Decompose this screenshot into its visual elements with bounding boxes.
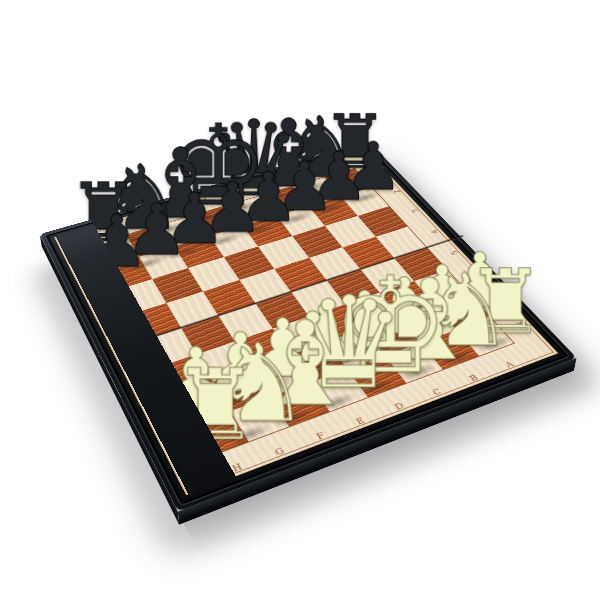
piece-white-rook: ♜ [128,356,303,454]
product-photo-stage: HGFEDCBA HGFEDCBA 12345678 12345678 ♜♞♝♚… [0,0,600,600]
chess-board-3d: HGFEDCBA HGFEDCBA 12345678 12345678 ♜♞♝♚… [40,141,577,512]
